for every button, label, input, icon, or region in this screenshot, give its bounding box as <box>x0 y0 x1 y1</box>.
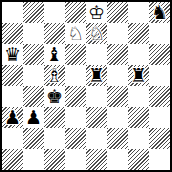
square-h5[interactable] <box>149 65 170 86</box>
square-c5[interactable]: ♗ <box>44 65 65 86</box>
square-f6[interactable] <box>107 44 128 65</box>
white-bishop[interactable]: ♗ <box>46 65 63 86</box>
white-knight[interactable]: ♘ <box>67 23 84 44</box>
square-a4[interactable] <box>2 86 23 107</box>
square-b8[interactable] <box>23 2 44 23</box>
square-g6[interactable] <box>128 44 149 65</box>
square-g7[interactable] <box>128 23 149 44</box>
black-king[interactable]: ♚ <box>46 86 63 107</box>
square-h2[interactable] <box>149 128 170 149</box>
black-queen[interactable]: ♛ <box>4 44 21 65</box>
square-d5[interactable] <box>65 65 86 86</box>
square-a7[interactable] <box>2 23 23 44</box>
square-e1[interactable] <box>86 149 107 170</box>
square-d4[interactable] <box>65 86 86 107</box>
square-b2[interactable] <box>23 128 44 149</box>
square-d6[interactable] <box>65 44 86 65</box>
square-f8[interactable] <box>107 2 128 23</box>
square-b1[interactable] <box>23 149 44 170</box>
square-b5[interactable] <box>23 65 44 86</box>
square-h4[interactable] <box>149 86 170 107</box>
square-a5[interactable] <box>2 65 23 86</box>
square-g1[interactable] <box>128 149 149 170</box>
square-b3[interactable]: ♟ <box>23 107 44 128</box>
square-e6[interactable] <box>86 44 107 65</box>
square-h3[interactable] <box>149 107 170 128</box>
square-c6[interactable]: ♝ <box>44 44 65 65</box>
square-e3[interactable] <box>86 107 107 128</box>
square-d3[interactable] <box>65 107 86 128</box>
square-c7[interactable] <box>44 23 65 44</box>
square-h8[interactable]: ♞ <box>149 2 170 23</box>
square-f4[interactable] <box>107 86 128 107</box>
square-a3[interactable]: ♟ <box>2 107 23 128</box>
square-a8[interactable] <box>2 2 23 23</box>
square-h6[interactable] <box>149 44 170 65</box>
square-b6[interactable] <box>23 44 44 65</box>
square-c4[interactable]: ♚ <box>44 86 65 107</box>
square-f2[interactable] <box>107 128 128 149</box>
square-e5[interactable]: ♜ <box>86 65 107 86</box>
black-bishop[interactable]: ♝ <box>46 44 63 65</box>
white-knight[interactable]: ♘ <box>88 23 105 44</box>
square-f3[interactable] <box>107 107 128 128</box>
black-knight[interactable]: ♞ <box>151 2 168 23</box>
square-d7[interactable]: ♘ <box>65 23 86 44</box>
square-d8[interactable] <box>65 2 86 23</box>
square-f7[interactable] <box>107 23 128 44</box>
square-b4[interactable] <box>23 86 44 107</box>
square-a6[interactable]: ♛ <box>2 44 23 65</box>
square-c2[interactable] <box>44 128 65 149</box>
square-e2[interactable] <box>86 128 107 149</box>
square-g2[interactable] <box>128 128 149 149</box>
square-g5[interactable]: ♜ <box>128 65 149 86</box>
square-c1[interactable] <box>44 149 65 170</box>
black-pawn[interactable]: ♟ <box>25 107 42 128</box>
square-h7[interactable] <box>149 23 170 44</box>
square-a1[interactable] <box>2 149 23 170</box>
square-e7[interactable]: ♘ <box>86 23 107 44</box>
square-g4[interactable] <box>128 86 149 107</box>
square-d1[interactable] <box>65 149 86 170</box>
chess-board-frame: ♔♞♘♘♛♝♗♜♜♚♟♟ <box>0 0 172 172</box>
square-f5[interactable] <box>107 65 128 86</box>
square-h1[interactable] <box>149 149 170 170</box>
square-f1[interactable] <box>107 149 128 170</box>
square-c3[interactable] <box>44 107 65 128</box>
square-g3[interactable] <box>128 107 149 128</box>
square-g8[interactable] <box>128 2 149 23</box>
black-rook[interactable]: ♜ <box>88 65 105 86</box>
square-d2[interactable] <box>65 128 86 149</box>
square-e4[interactable] <box>86 86 107 107</box>
square-a2[interactable] <box>2 128 23 149</box>
square-e8[interactable]: ♔ <box>86 2 107 23</box>
chess-board: ♔♞♘♘♛♝♗♜♜♚♟♟ <box>2 2 170 170</box>
black-pawn[interactable]: ♟ <box>4 107 21 128</box>
square-b7[interactable] <box>23 23 44 44</box>
square-c8[interactable] <box>44 2 65 23</box>
white-king[interactable]: ♔ <box>88 2 105 23</box>
black-rook[interactable]: ♜ <box>130 65 147 86</box>
